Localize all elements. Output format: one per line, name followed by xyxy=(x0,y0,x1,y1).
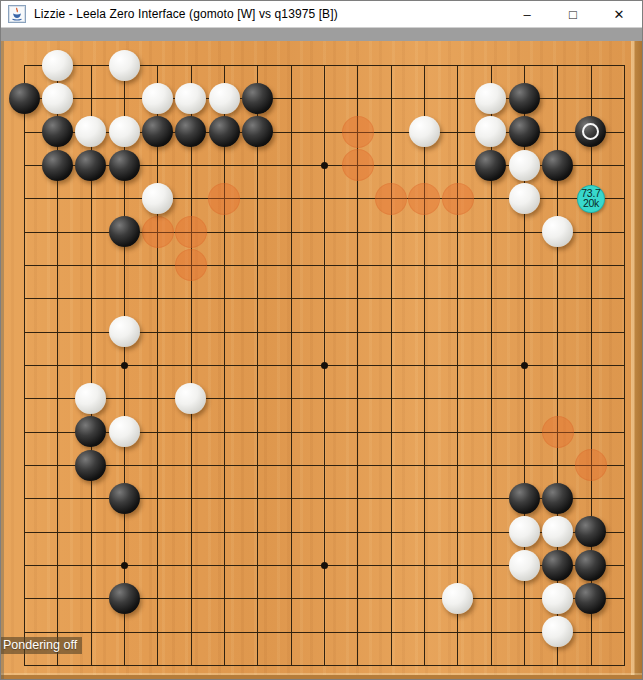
stone-black xyxy=(42,150,73,181)
candidate-move[interactable] xyxy=(342,116,374,148)
stone-white xyxy=(509,183,540,214)
stone-black xyxy=(509,83,540,114)
stone-white xyxy=(509,550,540,581)
close-button[interactable]: ✕ xyxy=(596,1,642,27)
star-point xyxy=(121,362,128,369)
java-app-icon xyxy=(8,5,26,23)
star-point xyxy=(121,562,128,569)
stone-black xyxy=(109,150,140,181)
last-move-marker xyxy=(582,123,599,140)
board-edge-bottom xyxy=(1,673,643,680)
stone-white xyxy=(109,50,140,81)
candidate-move[interactable] xyxy=(342,149,374,181)
stone-white xyxy=(209,83,240,114)
board-edge-right xyxy=(631,41,643,680)
stone-white xyxy=(509,150,540,181)
candidate-move[interactable] xyxy=(208,183,240,215)
maximize-button[interactable]: □ xyxy=(550,1,596,27)
stone-white xyxy=(42,50,73,81)
pondering-status: Pondering off xyxy=(1,637,82,654)
stone-black xyxy=(109,483,140,514)
best-move-badge[interactable]: 73.720k xyxy=(577,185,605,213)
star-point xyxy=(521,362,528,369)
candidate-move[interactable] xyxy=(375,183,407,215)
stone-black xyxy=(109,583,140,614)
board-edge-left xyxy=(1,41,4,680)
candidate-move[interactable] xyxy=(175,216,207,248)
candidate-move[interactable] xyxy=(142,216,174,248)
window-titlebar: Lizzie - Leela Zero Interface (gomoto [W… xyxy=(1,1,642,27)
star-point xyxy=(321,362,328,369)
window-title: Lizzie - Leela Zero Interface (gomoto [W… xyxy=(34,7,338,21)
candidate-move[interactable] xyxy=(542,416,574,448)
toolbar-strip xyxy=(1,27,642,41)
goban[interactable]: Pondering off 73.720k xyxy=(1,41,643,680)
best-move-visits: 20k xyxy=(583,199,599,209)
candidate-move[interactable] xyxy=(575,449,607,481)
stone-black xyxy=(542,550,573,581)
candidate-move[interactable] xyxy=(442,183,474,215)
app-window: Lizzie - Leela Zero Interface (gomoto [W… xyxy=(0,0,643,680)
candidate-move[interactable] xyxy=(408,183,440,215)
star-point xyxy=(321,562,328,569)
stone-black xyxy=(9,83,40,114)
star-point xyxy=(321,162,328,169)
stone-black xyxy=(542,150,573,181)
minimize-button[interactable]: – xyxy=(504,1,550,27)
stone-black xyxy=(509,483,540,514)
